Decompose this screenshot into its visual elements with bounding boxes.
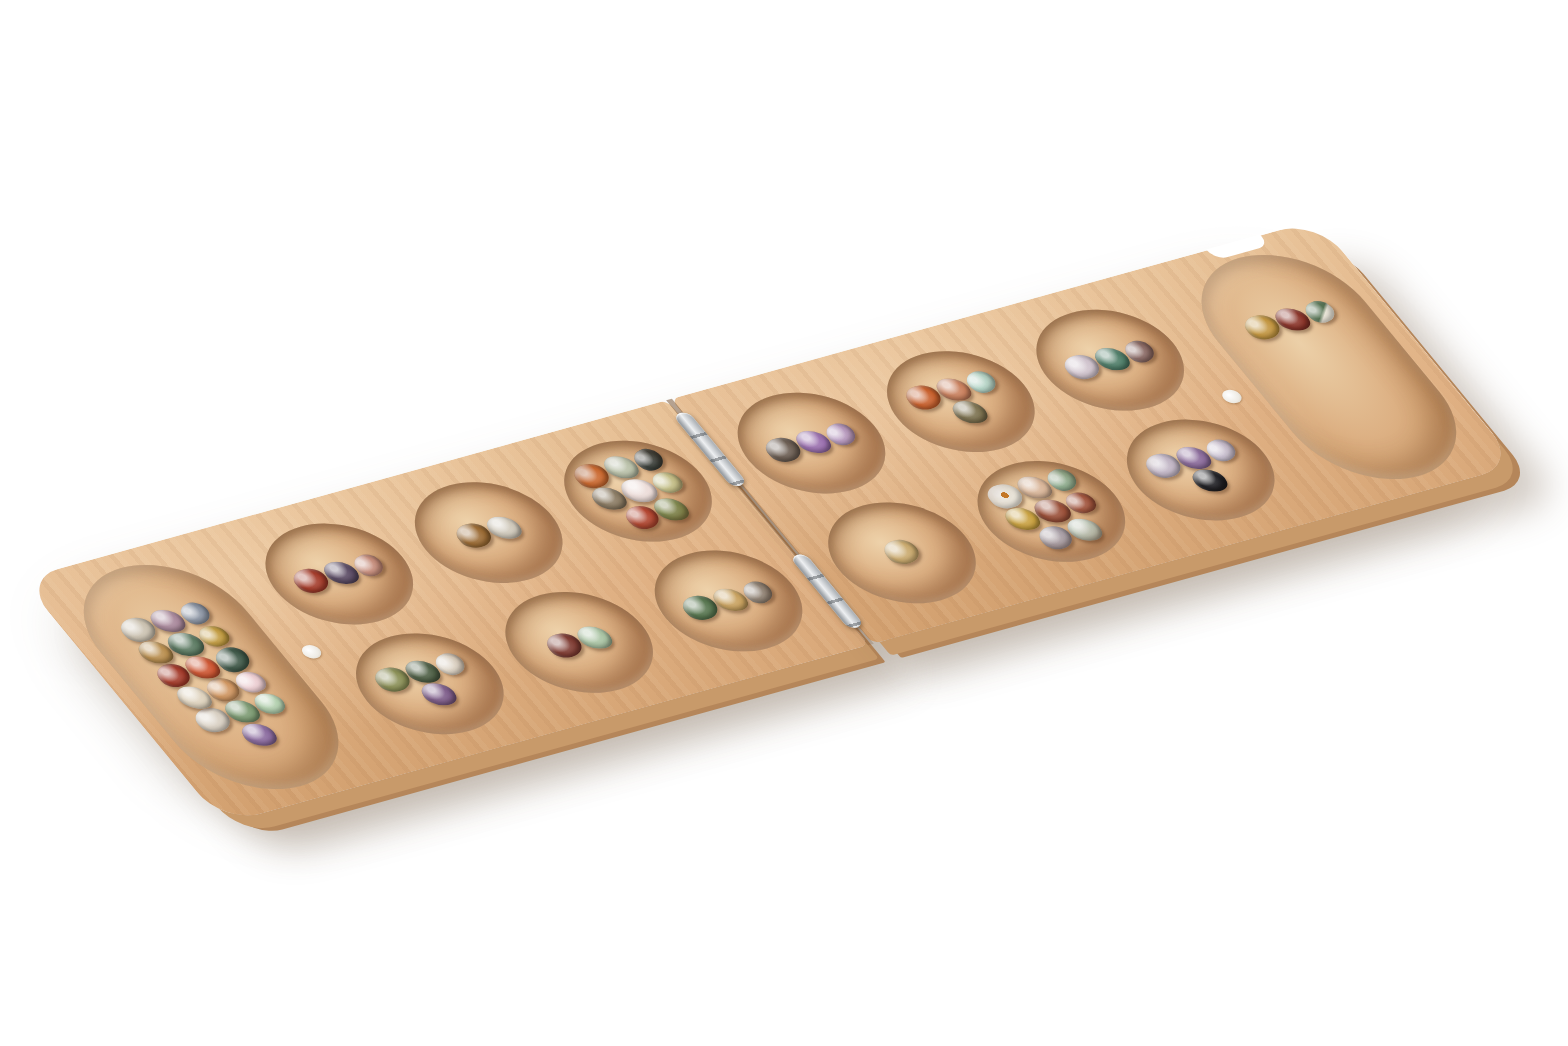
pit-near-2[interactable] (478, 578, 681, 707)
photo-scene (0, 0, 1568, 1046)
pit-far-6[interactable] (1009, 296, 1212, 425)
gemstone (1188, 469, 1231, 493)
board-perspective-wrapper (21, 220, 1518, 824)
stone-cluster (345, 629, 513, 737)
pit-near-6[interactable] (1099, 405, 1302, 534)
magnet-dot-right (1218, 388, 1245, 405)
stone-cluster (644, 546, 812, 654)
stone-cluster (876, 347, 1044, 455)
gemstone (877, 537, 925, 567)
stone-cluster (1026, 305, 1194, 413)
stone-cluster (404, 478, 572, 586)
pit-far-2[interactable] (387, 468, 590, 597)
stone-cluster (554, 436, 722, 544)
stone-cluster (495, 588, 663, 696)
mancala-board (21, 220, 1518, 824)
stone-cluster (967, 457, 1135, 565)
magnet-dot-left (298, 643, 325, 660)
stone-cluster (817, 498, 985, 606)
pit-near-1[interactable] (328, 619, 531, 748)
stone-cluster (255, 519, 423, 627)
gemstone (417, 683, 460, 707)
gemstone (948, 400, 991, 424)
pit-near-5[interactable] (950, 447, 1153, 576)
stone-cluster (1116, 415, 1284, 523)
pit-far-1[interactable] (238, 509, 441, 638)
pit-far-5[interactable] (859, 337, 1062, 466)
gemstone (237, 723, 280, 747)
stone-cluster (727, 388, 895, 496)
